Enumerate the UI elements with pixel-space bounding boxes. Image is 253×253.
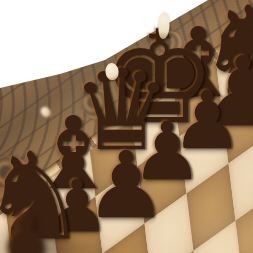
piece-black-pawn-b7: ♟ [0, 201, 78, 253]
chess-set-photo: ♞♝♛♚♝♞♟♟♟♟♟♟ [0, 0, 253, 253]
